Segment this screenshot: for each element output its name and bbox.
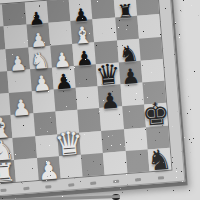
square-h4 [46, 0, 70, 23]
square-f3: ♞ [28, 45, 52, 69]
square-b7 [124, 127, 148, 151]
square-c2 [11, 114, 35, 138]
square-e2 [7, 69, 31, 93]
frame-coordinate-mark [113, 180, 119, 183]
chess-board: ♟♟♜♟♝♟♞♟♟♞♟♟♛♟♟♟♝♚♞♛♜♟♞ [0, 0, 185, 198]
square-a2 [14, 158, 38, 182]
square-d2: ♟ [9, 91, 33, 115]
square-b5 [79, 130, 103, 154]
square-a4 [59, 154, 83, 178]
frame-coordinate-mark [0, 189, 6, 192]
square-c5 [77, 108, 101, 132]
square-b4: ♛ [57, 132, 81, 156]
square-a7 [125, 149, 149, 173]
table-edge-line [0, 195, 120, 200]
frame-coordinate-mark [157, 176, 163, 179]
square-d7 [120, 83, 144, 107]
square-e8 [140, 59, 164, 83]
square-e3: ♟ [30, 67, 54, 91]
square-e4: ♟ [52, 66, 76, 90]
square-f6 [94, 40, 118, 64]
square-b6 [101, 129, 125, 153]
square-e6: ♛ [96, 62, 120, 86]
square-f5: ♟ [72, 42, 96, 66]
square-g5: ♝ [70, 20, 94, 44]
square-e7: ♟ [118, 60, 142, 84]
square-c7 [122, 105, 146, 129]
square-c4 [55, 110, 79, 134]
square-a5 [81, 153, 105, 177]
square-h2 [2, 3, 26, 27]
board-grid: ♟♟♜♟♝♟♞♟♟♞♟♟♛♟♟♟♝♚♞♛♜♟♞ [0, 0, 172, 185]
square-g7 [115, 16, 139, 40]
square-g8 [137, 14, 161, 38]
square-f2: ♟ [6, 47, 30, 71]
square-d4 [53, 88, 77, 112]
square-f7: ♞ [117, 38, 141, 62]
square-g6 [93, 18, 117, 42]
square-a8: ♞ [147, 147, 171, 171]
chess-photo-scene: ♟♟♜♟♝♟♞♟♟♞♟♟♛♟♟♟♝♚♞♛♜♟♞ [0, 0, 200, 200]
square-h6 [91, 0, 115, 20]
square-g2 [4, 25, 28, 49]
square-g4 [48, 21, 72, 45]
square-b2 [13, 136, 37, 160]
frame-coordinate-mark [68, 183, 74, 186]
square-d5 [76, 86, 100, 110]
square-h7: ♜ [113, 0, 137, 18]
square-d6: ♟ [98, 84, 122, 108]
square-c8: ♚ [144, 103, 168, 127]
square-g3: ♟ [26, 23, 50, 47]
square-a3: ♟ [37, 156, 61, 180]
square-c3 [33, 112, 57, 136]
square-e5 [74, 64, 98, 88]
square-h5: ♟ [69, 0, 93, 21]
frame-coordinate-mark [90, 182, 96, 185]
square-f4: ♟ [50, 43, 74, 67]
square-c6 [100, 107, 124, 131]
square-h3: ♟ [24, 1, 48, 25]
frame-coordinate-mark [23, 187, 29, 190]
square-d8 [142, 81, 166, 105]
square-a6 [103, 151, 127, 175]
frame-coordinate-mark [45, 185, 51, 188]
square-d3 [31, 90, 55, 114]
frame-coordinate-mark [135, 178, 141, 181]
square-f8 [139, 37, 163, 61]
square-b8 [146, 125, 170, 149]
square-b3 [35, 134, 59, 158]
